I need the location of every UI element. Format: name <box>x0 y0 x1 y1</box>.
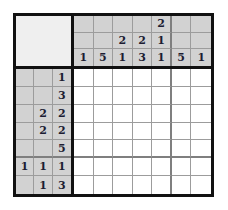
row-clue-cell <box>16 123 34 141</box>
grid-cell[interactable] <box>113 105 133 123</box>
col-clue-cell: 3 <box>133 49 153 66</box>
grid-cell[interactable] <box>94 105 114 123</box>
grid-cell[interactable] <box>94 123 114 141</box>
grid-cell[interactable] <box>133 123 153 141</box>
grid-cell[interactable] <box>113 158 133 176</box>
grid-cell[interactable] <box>94 158 114 176</box>
row-clue-cell: 2 <box>34 105 52 123</box>
row-clues-area: 132222511113 <box>16 69 71 194</box>
grid-cell[interactable] <box>152 105 172 123</box>
grid-cell[interactable] <box>172 158 192 176</box>
col-clue-cell: 1 <box>74 49 94 66</box>
grid-cell[interactable] <box>152 140 172 158</box>
row-clue-cell: 3 <box>53 176 71 194</box>
grid-cell[interactable] <box>133 140 153 158</box>
row-clue-cell: 1 <box>16 158 34 176</box>
row-clue-cell: 1 <box>34 176 52 194</box>
grid-cell[interactable] <box>74 158 94 176</box>
row-clue-cell <box>16 87 34 105</box>
row-clue-cell: 1 <box>53 158 71 176</box>
row-clue-cell: 2 <box>53 123 71 141</box>
row-clue-cell: 5 <box>53 140 71 158</box>
col-clue-cell: 5 <box>94 49 114 66</box>
grid-cell[interactable] <box>191 140 211 158</box>
col-clue-cell <box>133 16 153 33</box>
grid-cell[interactable] <box>113 123 133 141</box>
col-clue-cell <box>191 16 211 33</box>
col-clue-cell <box>113 16 133 33</box>
col-clue-cell <box>74 16 94 33</box>
grid-cell[interactable] <box>113 87 133 105</box>
grid-cell[interactable] <box>172 105 192 123</box>
grid-cell[interactable] <box>94 69 114 87</box>
col-clue-cell <box>74 33 94 50</box>
col-clue-cell <box>94 16 114 33</box>
col-clue-cell <box>191 33 211 50</box>
grid-cell[interactable] <box>191 105 211 123</box>
grid-cell[interactable] <box>172 123 192 141</box>
col-clue-cell: 1 <box>113 49 133 66</box>
col-clue-cell: 1 <box>152 33 172 50</box>
row-clue-cell <box>34 140 52 158</box>
col-clue-cell: 5 <box>172 49 192 66</box>
grid-cell[interactable] <box>74 176 94 194</box>
grid-cell[interactable] <box>152 176 172 194</box>
clue-corner-block <box>16 16 71 66</box>
grid-cell[interactable] <box>94 87 114 105</box>
grid-cell[interactable] <box>191 176 211 194</box>
col-clue-cell: 1 <box>152 49 172 66</box>
col-clue-cell <box>172 33 192 50</box>
grid-cell[interactable] <box>172 176 192 194</box>
row-clue-cell <box>16 140 34 158</box>
grid-cell[interactable] <box>152 69 172 87</box>
row-clue-cell: 2 <box>53 105 71 123</box>
grid-cell[interactable] <box>152 158 172 176</box>
grid-cell[interactable] <box>94 176 114 194</box>
row-clue-cell: 3 <box>53 87 71 105</box>
grid-cell[interactable] <box>74 140 94 158</box>
grid-cell[interactable] <box>94 140 114 158</box>
grid-cell[interactable] <box>133 87 153 105</box>
grid-cell[interactable] <box>191 69 211 87</box>
grid-cell[interactable] <box>133 176 153 194</box>
puzzle-grid <box>74 69 211 194</box>
row-clue-cell: 1 <box>53 69 71 87</box>
grid-cell[interactable] <box>74 69 94 87</box>
grid-cell[interactable] <box>74 87 94 105</box>
col-clue-cell: 1 <box>191 49 211 66</box>
grid-cell[interactable] <box>133 158 153 176</box>
grid-cell[interactable] <box>113 140 133 158</box>
col-clue-cell <box>172 16 192 33</box>
grid-cell[interactable] <box>113 69 133 87</box>
grid-cell[interactable] <box>191 158 211 176</box>
row-clue-cell <box>16 69 34 87</box>
col-clue-cell: 2 <box>152 16 172 33</box>
grid-cell[interactable] <box>172 69 192 87</box>
nonogram-puzzle: 22211513151 132222511113 <box>13 13 214 197</box>
grid-cell[interactable] <box>113 176 133 194</box>
row-clue-cell <box>16 176 34 194</box>
row-clue-cell: 1 <box>34 158 52 176</box>
col-clue-cell: 2 <box>133 33 153 50</box>
grid-cell[interactable] <box>152 123 172 141</box>
col-clue-cell <box>94 33 114 50</box>
grid-cell[interactable] <box>133 105 153 123</box>
row-clue-cell: 2 <box>34 123 52 141</box>
grid-cell[interactable] <box>191 123 211 141</box>
row-clue-cell <box>34 69 52 87</box>
grid-cell[interactable] <box>172 140 192 158</box>
row-clue-cell <box>16 105 34 123</box>
col-clue-cell: 2 <box>113 33 133 50</box>
grid-cell[interactable] <box>172 87 192 105</box>
grid-cell[interactable] <box>74 123 94 141</box>
column-clues-area: 22211513151 <box>74 16 211 66</box>
grid-cell[interactable] <box>152 87 172 105</box>
row-clue-cell <box>34 87 52 105</box>
grid-cell[interactable] <box>74 105 94 123</box>
grid-cell[interactable] <box>191 87 211 105</box>
grid-cell[interactable] <box>133 69 153 87</box>
